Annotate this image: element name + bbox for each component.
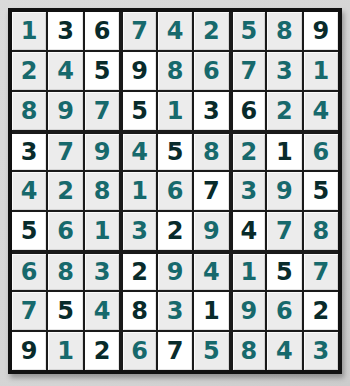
cell-r8c7[interactable]: 9 xyxy=(231,292,265,330)
cell-r4c6[interactable]: 8 xyxy=(194,132,228,170)
cell-r6c7[interactable]: 4 xyxy=(231,212,265,250)
cell-r1c4[interactable]: 7 xyxy=(121,12,155,50)
cell-r5c4[interactable]: 1 xyxy=(121,172,155,210)
cell-r9c7[interactable]: 8 xyxy=(231,332,265,370)
cell-r3c1[interactable]: 8 xyxy=(12,92,46,130)
cell-r2c2[interactable]: 4 xyxy=(48,52,82,90)
cell-r9c9[interactable]: 3 xyxy=(304,332,338,370)
cell-r6c1[interactable]: 5 xyxy=(12,212,46,250)
cell-r1c9[interactable]: 9 xyxy=(304,12,338,50)
cell-r9c5[interactable]: 7 xyxy=(158,332,192,370)
cell-r2c4[interactable]: 9 xyxy=(121,52,155,90)
cell-r4c9[interactable]: 6 xyxy=(304,132,338,170)
cell-r9c1[interactable]: 9 xyxy=(12,332,46,370)
cell-r2c7[interactable]: 7 xyxy=(231,52,265,90)
cell-r6c3[interactable]: 1 xyxy=(85,212,119,250)
cell-r5c8[interactable]: 9 xyxy=(267,172,301,210)
cell-r4c7[interactable]: 2 xyxy=(231,132,265,170)
cell-r3c2[interactable]: 9 xyxy=(48,92,82,130)
cell-r9c8[interactable]: 4 xyxy=(267,332,301,370)
cell-r2c1[interactable]: 2 xyxy=(12,52,46,90)
cell-r5c9[interactable]: 5 xyxy=(304,172,338,210)
cell-r9c3[interactable]: 2 xyxy=(85,332,119,370)
cell-r6c4[interactable]: 3 xyxy=(121,212,155,250)
cell-r7c6[interactable]: 4 xyxy=(194,252,228,290)
cell-r7c9[interactable]: 7 xyxy=(304,252,338,290)
cell-r2c6[interactable]: 6 xyxy=(194,52,228,90)
cell-r6c9[interactable]: 8 xyxy=(304,212,338,250)
cell-r8c2[interactable]: 5 xyxy=(48,292,82,330)
cell-r7c1[interactable]: 6 xyxy=(12,252,46,290)
cell-r2c8[interactable]: 3 xyxy=(267,52,301,90)
cell-r1c7[interactable]: 5 xyxy=(231,12,265,50)
cell-r8c3[interactable]: 4 xyxy=(85,292,119,330)
cell-r1c3[interactable]: 6 xyxy=(85,12,119,50)
cell-r2c9[interactable]: 1 xyxy=(304,52,338,90)
cell-r1c2[interactable]: 3 xyxy=(48,12,82,50)
cell-r5c5[interactable]: 6 xyxy=(158,172,192,210)
cell-r1c5[interactable]: 4 xyxy=(158,12,192,50)
cell-r9c2[interactable]: 1 xyxy=(48,332,82,370)
cell-r1c1[interactable]: 1 xyxy=(12,12,46,50)
cell-r5c2[interactable]: 2 xyxy=(48,172,82,210)
cell-r5c3[interactable]: 8 xyxy=(85,172,119,210)
cell-r7c2[interactable]: 8 xyxy=(48,252,82,290)
cell-r9c6[interactable]: 5 xyxy=(194,332,228,370)
cell-r1c6[interactable]: 2 xyxy=(194,12,228,50)
cell-r8c1[interactable]: 7 xyxy=(12,292,46,330)
cell-r3c3[interactable]: 7 xyxy=(85,92,119,130)
cell-r8c6[interactable]: 1 xyxy=(194,292,228,330)
cell-r8c5[interactable]: 3 xyxy=(158,292,192,330)
cell-r7c8[interactable]: 5 xyxy=(267,252,301,290)
cell-r3c8[interactable]: 2 xyxy=(267,92,301,130)
cell-r3c6[interactable]: 3 xyxy=(194,92,228,130)
cell-r4c1[interactable]: 3 xyxy=(12,132,46,170)
cell-r6c6[interactable]: 9 xyxy=(194,212,228,250)
cell-r5c7[interactable]: 3 xyxy=(231,172,265,210)
sudoku-board: 1367425892459867318975136243794582164281… xyxy=(8,8,342,374)
cell-r4c4[interactable]: 4 xyxy=(121,132,155,170)
cell-r5c6[interactable]: 7 xyxy=(194,172,228,210)
cell-r6c5[interactable]: 2 xyxy=(158,212,192,250)
cell-r4c8[interactable]: 1 xyxy=(267,132,301,170)
cell-r5c1[interactable]: 4 xyxy=(12,172,46,210)
cell-r6c8[interactable]: 7 xyxy=(267,212,301,250)
cell-r8c9[interactable]: 2 xyxy=(304,292,338,330)
cell-r3c5[interactable]: 1 xyxy=(158,92,192,130)
cell-r4c3[interactable]: 9 xyxy=(85,132,119,170)
cell-r2c5[interactable]: 8 xyxy=(158,52,192,90)
cell-r4c5[interactable]: 5 xyxy=(158,132,192,170)
cell-r7c7[interactable]: 1 xyxy=(231,252,265,290)
cell-r9c4[interactable]: 6 xyxy=(121,332,155,370)
cell-r7c5[interactable]: 9 xyxy=(158,252,192,290)
cell-r4c2[interactable]: 7 xyxy=(48,132,82,170)
page-background: 1367425892459867318975136243794582164281… xyxy=(0,0,350,386)
cell-r7c3[interactable]: 3 xyxy=(85,252,119,290)
cell-r3c9[interactable]: 4 xyxy=(304,92,338,130)
cell-r7c4[interactable]: 2 xyxy=(121,252,155,290)
cell-r3c4[interactable]: 5 xyxy=(121,92,155,130)
cell-r2c3[interactable]: 5 xyxy=(85,52,119,90)
cell-r6c2[interactable]: 6 xyxy=(48,212,82,250)
cell-r3c7[interactable]: 6 xyxy=(231,92,265,130)
cell-r8c8[interactable]: 6 xyxy=(267,292,301,330)
cell-r1c8[interactable]: 8 xyxy=(267,12,301,50)
cell-r8c4[interactable]: 8 xyxy=(121,292,155,330)
